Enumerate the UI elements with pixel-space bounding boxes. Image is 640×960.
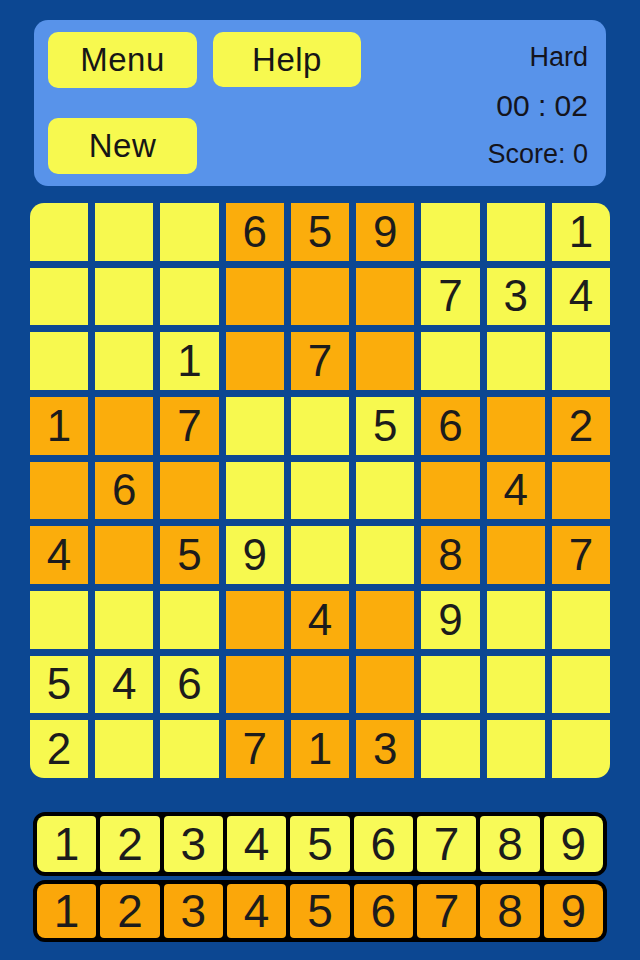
- cell-r4c7[interactable]: 6: [421, 397, 479, 455]
- cell-r7c8[interactable]: [487, 591, 545, 649]
- cell-r8c1[interactable]: 5: [30, 656, 88, 714]
- cell-r8c2[interactable]: 4: [95, 656, 153, 714]
- cell-r6c9[interactable]: 7: [552, 526, 610, 584]
- cell-r3c8[interactable]: [487, 332, 545, 390]
- cell-r2c5[interactable]: [291, 268, 349, 326]
- cell-r6c7[interactable]: 8: [421, 526, 479, 584]
- cell-r5c5[interactable]: [291, 462, 349, 520]
- tray1-num-9[interactable]: 9: [544, 816, 603, 872]
- cell-r6c2[interactable]: [95, 526, 153, 584]
- cell-r5c7[interactable]: [421, 462, 479, 520]
- tray1-num-8[interactable]: 8: [480, 816, 539, 872]
- score-label: Score: 0: [487, 139, 588, 170]
- cell-r3c1[interactable]: [30, 332, 88, 390]
- cell-r3c5[interactable]: 7: [291, 332, 349, 390]
- cell-r8c7[interactable]: [421, 656, 479, 714]
- tray1-num-2[interactable]: 2: [100, 816, 159, 872]
- cell-r6c3[interactable]: 5: [160, 526, 218, 584]
- cell-r7c5[interactable]: 4: [291, 591, 349, 649]
- cell-r4c3[interactable]: 7: [160, 397, 218, 455]
- cell-r3c2[interactable]: [95, 332, 153, 390]
- cell-r1c7[interactable]: [421, 203, 479, 261]
- cell-r2c4[interactable]: [226, 268, 284, 326]
- number-tray-yellow: 123456789: [33, 812, 607, 876]
- cell-r2c7[interactable]: 7: [421, 268, 479, 326]
- cell-r3c7[interactable]: [421, 332, 479, 390]
- cell-r4c1[interactable]: 1: [30, 397, 88, 455]
- cell-r1c2[interactable]: [95, 203, 153, 261]
- cell-r9c6[interactable]: 3: [356, 720, 414, 778]
- cell-r8c8[interactable]: [487, 656, 545, 714]
- cell-r9c3[interactable]: [160, 720, 218, 778]
- cell-r2c6[interactable]: [356, 268, 414, 326]
- cell-r8c4[interactable]: [226, 656, 284, 714]
- cell-r6c1[interactable]: 4: [30, 526, 88, 584]
- cell-r1c8[interactable]: [487, 203, 545, 261]
- cell-r6c4[interactable]: 9: [226, 526, 284, 584]
- cell-r3c3[interactable]: 1: [160, 332, 218, 390]
- cell-r9c2[interactable]: [95, 720, 153, 778]
- cell-r4c2[interactable]: [95, 397, 153, 455]
- cell-r2c2[interactable]: [95, 268, 153, 326]
- cell-r5c2[interactable]: 6: [95, 462, 153, 520]
- cell-r9c1[interactable]: 2: [30, 720, 88, 778]
- cell-r9c5[interactable]: 1: [291, 720, 349, 778]
- tray1-num-6[interactable]: 6: [354, 816, 413, 872]
- game-info: Hard 00 : 02 Score: 0: [487, 42, 588, 170]
- tray1-num-7[interactable]: 7: [417, 816, 476, 872]
- cell-r5c8[interactable]: 4: [487, 462, 545, 520]
- tray1-num-1[interactable]: 1: [37, 816, 96, 872]
- cell-r8c3[interactable]: 6: [160, 656, 218, 714]
- cell-r2c3[interactable]: [160, 268, 218, 326]
- cell-r5c1[interactable]: [30, 462, 88, 520]
- tray2-num-7[interactable]: 7: [417, 884, 476, 938]
- cell-r6c6[interactable]: [356, 526, 414, 584]
- cell-r1c1[interactable]: [30, 203, 88, 261]
- tray1-num-5[interactable]: 5: [290, 816, 349, 872]
- cell-r1c3[interactable]: [160, 203, 218, 261]
- cell-r4c6[interactable]: 5: [356, 397, 414, 455]
- cell-r5c4[interactable]: [226, 462, 284, 520]
- cell-r7c1[interactable]: [30, 591, 88, 649]
- cell-r9c7[interactable]: [421, 720, 479, 778]
- cell-r3c6[interactable]: [356, 332, 414, 390]
- cell-r1c9[interactable]: 1: [552, 203, 610, 261]
- cell-r3c9[interactable]: [552, 332, 610, 390]
- help-button[interactable]: Help: [213, 32, 361, 87]
- cell-r3c4[interactable]: [226, 332, 284, 390]
- cell-r7c6[interactable]: [356, 591, 414, 649]
- cell-r2c8[interactable]: 3: [487, 268, 545, 326]
- tray2-num-5[interactable]: 5: [290, 884, 349, 938]
- cell-r7c9[interactable]: [552, 591, 610, 649]
- cell-r6c5[interactable]: [291, 526, 349, 584]
- tray2-num-4[interactable]: 4: [227, 884, 286, 938]
- tray1-num-4[interactable]: 4: [227, 816, 286, 872]
- tray2-num-9[interactable]: 9: [544, 884, 603, 938]
- cell-r7c7[interactable]: 9: [421, 591, 479, 649]
- timer-label: 00 : 02: [496, 89, 588, 123]
- difficulty-label: Hard: [529, 42, 588, 73]
- cell-r1c4[interactable]: 6: [226, 203, 284, 261]
- cell-r8c9[interactable]: [552, 656, 610, 714]
- tray2-num-8[interactable]: 8: [480, 884, 539, 938]
- cell-r9c8[interactable]: [487, 720, 545, 778]
- cell-r5c9[interactable]: [552, 462, 610, 520]
- tray1-num-3[interactable]: 3: [164, 816, 223, 872]
- cell-r6c8[interactable]: [487, 526, 545, 584]
- tray2-num-1[interactable]: 1: [37, 884, 96, 938]
- cell-r5c3[interactable]: [160, 462, 218, 520]
- cell-r4c5[interactable]: [291, 397, 349, 455]
- sudoku-app: Menu Help New Hard 00 : 02 Score: 0 6591…: [0, 0, 640, 960]
- menu-button[interactable]: Menu: [48, 32, 197, 88]
- tray2-num-3[interactable]: 3: [164, 884, 223, 938]
- cell-r1c5[interactable]: 5: [291, 203, 349, 261]
- cell-r2c9[interactable]: 4: [552, 268, 610, 326]
- sudoku-board: 659173417175626445987495462713: [30, 203, 610, 778]
- cell-r7c4[interactable]: [226, 591, 284, 649]
- cell-r2c1[interactable]: [30, 268, 88, 326]
- new-button[interactable]: New: [48, 118, 197, 174]
- tray2-num-6[interactable]: 6: [354, 884, 413, 938]
- cell-r7c2[interactable]: [95, 591, 153, 649]
- tray2-num-2[interactable]: 2: [100, 884, 159, 938]
- cell-r8c6[interactable]: [356, 656, 414, 714]
- cell-r9c4[interactable]: 7: [226, 720, 284, 778]
- cell-r7c3[interactable]: [160, 591, 218, 649]
- cell-r4c8[interactable]: [487, 397, 545, 455]
- number-tray-orange: 123456789: [33, 880, 607, 942]
- cell-r5c6[interactable]: [356, 462, 414, 520]
- cell-r1c6[interactable]: 9: [356, 203, 414, 261]
- cell-r8c5[interactable]: [291, 656, 349, 714]
- cell-r9c9[interactable]: [552, 720, 610, 778]
- cell-r4c9[interactable]: 2: [552, 397, 610, 455]
- header-panel: Menu Help New Hard 00 : 02 Score: 0: [34, 20, 606, 186]
- cell-r4c4[interactable]: [226, 397, 284, 455]
